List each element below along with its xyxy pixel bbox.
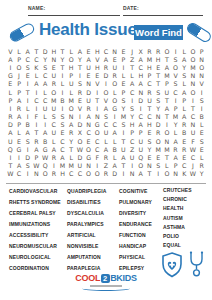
grid-cell: L (6, 88, 15, 96)
grid-cell: M (154, 145, 163, 153)
grid-cell: R (145, 47, 154, 55)
grid-cell: S (197, 96, 206, 104)
grid-cell: T (128, 63, 137, 71)
grid-cell: E (119, 47, 128, 55)
grid-cell: B (197, 113, 206, 121)
grid-cell: H (128, 121, 137, 129)
grid-cell: Z (102, 162, 111, 170)
grid-cell: I (76, 113, 85, 121)
grid-cell: C (171, 88, 180, 96)
grid-cell: A (49, 145, 58, 153)
grid-cell: O (110, 96, 119, 104)
grid-cell: P (136, 129, 145, 137)
word-item: CHRONIC (163, 195, 192, 204)
grid-cell: I (171, 96, 180, 104)
divider-line (6, 183, 206, 184)
grid-cell: H (67, 63, 76, 71)
grid-cell: M (171, 113, 180, 121)
grid-cell: C (102, 121, 111, 129)
grid-cell: I (23, 96, 32, 104)
word-item: IMMUNIZATIONS (9, 219, 61, 230)
grid-cell: U (84, 63, 93, 71)
grid-cell: S (197, 137, 206, 145)
grid-cell: O (67, 104, 76, 112)
grid-cell: K (180, 170, 189, 178)
grid-cell: T (145, 170, 154, 178)
grid-cell: P (15, 80, 24, 88)
grid-cell: U (102, 129, 111, 137)
grid-cell: A (76, 47, 85, 55)
grid-cell: C (136, 63, 145, 71)
grid-cell: R (197, 162, 206, 170)
grid-cell: S (58, 121, 67, 129)
grid-cell: T (119, 137, 128, 145)
grid-cell: A (180, 113, 189, 121)
grid-cell: T (32, 47, 41, 55)
grid-cell: I (93, 162, 102, 170)
grid-cell: E (84, 47, 93, 55)
grid-cell: A (180, 55, 189, 63)
grid-cell: N (189, 80, 198, 88)
grid-cell: P (145, 72, 154, 80)
grid-cell: A (180, 88, 189, 96)
grid-cell: A (6, 55, 15, 63)
grid-cell: S (171, 55, 180, 63)
grid-cell: U (136, 137, 145, 145)
grid-cell: E (180, 153, 189, 161)
grid-cell: N (84, 80, 93, 88)
grid-cell: N (171, 170, 180, 178)
grid-cell: W (76, 145, 85, 153)
grid-cell: J (15, 72, 24, 80)
grid-cell: V (102, 96, 111, 104)
grid-cell: S (119, 96, 128, 104)
grid-cell: E (154, 63, 163, 71)
word-list-column-3: COGNITIVEPULMONARYDIVERSITYENDURANCEFUNC… (119, 186, 152, 274)
grid-cell: R (49, 170, 58, 178)
cool2bkids-logo: COOL 2 BKIDS (0, 273, 212, 283)
grid-cell: A (41, 129, 50, 137)
grid-cell: Q (136, 153, 145, 161)
grid-cell: D (41, 47, 50, 55)
grid-cell: C (41, 72, 50, 80)
grid-cell: C (145, 113, 154, 121)
grid-cell: S (23, 63, 32, 71)
grid-cell: B (41, 137, 50, 145)
grid-cell: I (6, 63, 15, 71)
grid-cell: E (197, 145, 206, 153)
grid-cell: I (32, 104, 41, 112)
grid-cell: N (189, 121, 198, 129)
grid-cell: S (102, 113, 111, 121)
grid-cell: Q (6, 145, 15, 153)
grid-cell: S (171, 80, 180, 88)
grid-cell: T (163, 113, 172, 121)
grid-cell: N (197, 55, 206, 63)
grid-cell: I (23, 113, 32, 121)
grid-cell: A (136, 80, 145, 88)
grid-cell: R (67, 129, 76, 137)
grid-cell: R (171, 145, 180, 153)
grid-cell: F (189, 137, 198, 145)
grid-cell: L (41, 113, 50, 121)
grid-cell: O (41, 170, 50, 178)
logo-text-cool: COOL (75, 273, 100, 283)
grid-cell: M (163, 145, 172, 153)
grid-cell: E (49, 63, 58, 71)
grid-cell: F (32, 113, 41, 121)
grid-cell: T (154, 80, 163, 88)
grid-cell: I (15, 153, 24, 161)
grid-cell: A (41, 80, 50, 88)
grid-cell: E (15, 137, 24, 145)
grid-cell: A (171, 137, 180, 145)
grid-cell: X (136, 47, 145, 55)
grid-cell: I (6, 153, 15, 161)
grid-cell: M (189, 63, 198, 71)
grid-cell: R (102, 170, 111, 178)
word-item: ACCESSIBILITY (9, 230, 61, 241)
grid-cell: H (145, 63, 154, 71)
grid-cell: N (154, 113, 163, 121)
grid-cell: I (119, 129, 128, 137)
grid-cell: T (67, 145, 76, 153)
grid-cell: L (58, 80, 67, 88)
grid-cell: S (154, 96, 163, 104)
grid-cell: S (128, 104, 137, 112)
grid-cell: E (84, 137, 93, 145)
grid-cell: A (15, 96, 24, 104)
grid-cell: A (32, 145, 41, 153)
grid-cell: A (6, 129, 15, 137)
grid-cell: Y (171, 121, 180, 129)
grid-cell: T (6, 162, 15, 170)
grid-cell: T (76, 63, 85, 71)
grid-cell: S (23, 137, 32, 145)
grid-cell: C (67, 170, 76, 178)
grid-cell: I (119, 170, 128, 178)
grid-cell: C (15, 170, 24, 178)
grid-cell: U (49, 129, 58, 137)
grid-cell: I (197, 104, 206, 112)
grid-cell: V (6, 47, 15, 55)
word-item: FUNCTION (119, 230, 152, 241)
grid-cell: C (189, 153, 198, 161)
grid-cell: C (84, 129, 93, 137)
grid-cell: K (32, 63, 41, 71)
grid-cell: P (171, 104, 180, 112)
grid-cell: N (93, 113, 102, 121)
grid-cell: Y (197, 170, 206, 178)
grid-cell: Y (180, 63, 189, 71)
grid-cell: G (6, 72, 15, 80)
grid-cell: U (128, 153, 137, 161)
grid-cell: U (67, 80, 76, 88)
grid-cell: O (67, 55, 76, 63)
grid-cell: C (93, 145, 102, 153)
grid-cell: N (67, 113, 76, 121)
grid-cell: H (58, 170, 67, 178)
grid-cell: Y (76, 55, 85, 63)
grid-cell: S (119, 121, 128, 129)
grid-cell: T (23, 88, 32, 96)
grid-cell: E (6, 80, 15, 88)
grid-cell: P (15, 88, 24, 96)
grid-cell: O (163, 129, 172, 137)
grid-cell: U (110, 63, 119, 71)
word-item: CARDIOVASCULAR (9, 186, 61, 197)
grid-cell: A (136, 121, 145, 129)
grid-cell: S (154, 88, 163, 96)
grid-cell: Y (41, 55, 50, 63)
grid-cell: L (15, 47, 24, 55)
grid-cell: C (128, 137, 137, 145)
word-item: COGNITIVE (119, 186, 152, 197)
grid-cell: T (145, 104, 154, 112)
grid-cell: X (76, 129, 85, 137)
grid-cell: V (93, 55, 102, 63)
logo-swoosh (82, 286, 130, 291)
grid-cell: C (23, 55, 32, 63)
grid-cell: S (58, 113, 67, 121)
grid-cell: C (32, 96, 41, 104)
word-item: EQUAL (163, 241, 192, 250)
grid-cell: T (32, 129, 41, 137)
grid-cell: O (136, 162, 145, 170)
grid-cell: N (189, 72, 198, 80)
grid-cell: O (84, 145, 93, 153)
grid-cell: A (15, 162, 24, 170)
grid-cell: Z (128, 145, 137, 153)
word-item: CRUTCHES (163, 186, 192, 195)
grid-cell: U (163, 88, 172, 96)
grid-cell: L (102, 137, 111, 145)
word-item: NONVISIBLE (67, 241, 107, 252)
grid-cell: U (76, 162, 85, 170)
date-label: DATE: (123, 5, 139, 11)
grid-cell: P (15, 55, 24, 63)
grid-cell: I (49, 162, 58, 170)
grid-cell: V (93, 80, 102, 88)
grid-cell: E (84, 72, 93, 80)
word-search-grid: VLATDHTLAEHCNEJXRROILOPAPCCYNYOYAVAEPZAM… (6, 47, 206, 178)
grid-cell: G (84, 153, 93, 161)
grid-cell: O (171, 63, 180, 71)
grid-cell: N (163, 137, 172, 145)
grid-cell: A (102, 104, 111, 112)
grid-cell: T (119, 162, 128, 170)
grid-cell: N (136, 88, 145, 96)
grid-cell: I (197, 88, 206, 96)
grid-cell: E (58, 129, 67, 137)
grid-cell: B (58, 96, 67, 104)
grid-cell: C (49, 121, 58, 129)
grid-cell: R (102, 153, 111, 161)
grid-cell: D (6, 121, 15, 129)
grid-cell: P (6, 96, 15, 104)
grid-cell: M (49, 96, 58, 104)
grid-cell: I (32, 121, 41, 129)
grid-cell: I (23, 145, 32, 153)
grid-cell: R (32, 137, 41, 145)
grid-cell: A (23, 47, 32, 55)
word-item: AUTISM (163, 214, 192, 223)
grid-cell: H (93, 63, 102, 71)
grid-cell: G (41, 145, 50, 153)
grid-cell: Y (128, 113, 137, 121)
grid-cell: I (119, 63, 128, 71)
grid-cell: U (136, 145, 145, 153)
grid-cell: W (6, 170, 15, 178)
grid-cell: L (110, 137, 119, 145)
grid-cell: I (76, 72, 85, 80)
grid-cell: D (154, 121, 163, 129)
grid-cell: J (128, 47, 137, 55)
word-find-badge: Word Find (134, 25, 183, 40)
grid-cell: L (197, 121, 206, 129)
grid-cell: O (163, 47, 172, 55)
grid-cell: U (145, 96, 154, 104)
grid-cell: B (23, 121, 32, 129)
grid-cell: C (93, 137, 102, 145)
grid-cell: N (49, 55, 58, 63)
grid-cell: V (76, 104, 85, 112)
grid-cell: R (145, 88, 154, 96)
grid-cell: P (15, 121, 24, 129)
grid-cell: M (119, 113, 128, 121)
word-list-column-4: CRUTCHESCHRONICHEALTHAUTISMASTHMAPOLIOEQ… (163, 186, 192, 250)
grid-cell: E (23, 72, 32, 80)
grid-cell: O (197, 63, 206, 71)
grid-cell: A (15, 113, 24, 121)
grid-cell: L (67, 153, 76, 161)
grid-cell: D (102, 72, 111, 80)
grid-cell: I (110, 113, 119, 121)
grid-cell: I (171, 47, 180, 55)
grid-cell: I (6, 104, 15, 112)
grid-cell: R (110, 72, 119, 80)
grid-cell: E (93, 72, 102, 80)
grid-cell: P (163, 80, 172, 88)
grid-cell: M (145, 55, 154, 63)
word-item: AMPUTATION (67, 252, 107, 263)
grid-cell: M (67, 162, 76, 170)
word-item: ENDURANCE (119, 219, 152, 230)
grid-cell: V (197, 80, 206, 88)
grid-cell: N (32, 170, 41, 178)
grid-cell: U (6, 137, 15, 145)
grid-cell: H (136, 72, 145, 80)
grid-cell: I (58, 72, 67, 80)
date-field: DATE: (123, 5, 203, 16)
grid-cell: A (171, 153, 180, 161)
grid-cell: L (180, 47, 189, 55)
grid-cell: D (110, 170, 119, 178)
pill-icon (185, 21, 212, 44)
word-item: QUADRIPLEGIA (67, 186, 107, 197)
grid-cell: S (145, 137, 154, 145)
grid-cell: U (84, 96, 93, 104)
grid-cell: A (84, 55, 93, 63)
grid-cell: I (93, 88, 102, 96)
grid-cell: M (163, 72, 172, 80)
grid-cell: A (110, 129, 119, 137)
grid-cell: R (154, 129, 163, 137)
grid-cell: C (189, 113, 198, 121)
grid-cell: T (154, 72, 163, 80)
grid-cell: D (84, 88, 93, 96)
grid-cell: D (23, 153, 32, 161)
grid-cell: E (180, 137, 189, 145)
grid-cell: R (102, 63, 111, 71)
grid-cell: G (15, 145, 24, 153)
grid-cell: A (163, 63, 172, 71)
grid-cell: A (119, 153, 128, 161)
grid-cell: R (76, 88, 85, 96)
word-item: ASTHMA (163, 223, 192, 232)
logo-text-bkids: BKIDS (110, 273, 137, 283)
name-label: NAME: (28, 5, 45, 11)
grid-cell: I (23, 170, 32, 178)
grid-cell: R (6, 113, 15, 121)
grid-cell: B (110, 145, 119, 153)
word-item: DISABILITIES (67, 197, 107, 208)
name-field: NAME: (28, 5, 120, 16)
grid-cell: C (136, 113, 145, 121)
grid-cell: H (93, 47, 102, 55)
grid-cell: L (128, 72, 137, 80)
word-item: PULMONARY (119, 197, 152, 208)
logo-text-2: 2 (101, 274, 110, 283)
grid-cell: H (145, 121, 154, 129)
grid-cell: F (93, 153, 102, 161)
grid-cell: T (163, 55, 172, 63)
grid-cell: Y (154, 104, 163, 112)
word-list-column-1: CARDIOVASCULARRHETTS SYNDROMECEREBRAL PA… (9, 186, 61, 274)
grid-cell: E (145, 129, 154, 137)
grid-cell: Y (145, 145, 154, 153)
grid-cell: I (136, 104, 145, 112)
grid-cell: L (171, 129, 180, 137)
grid-cell: U (119, 145, 128, 153)
grid-cell: S (49, 113, 58, 121)
grid-cell: I (93, 104, 102, 112)
grid-cell: U (189, 129, 198, 137)
grid-cell: L (41, 88, 50, 96)
grid-cell: C (76, 170, 85, 178)
grid-cell: T (163, 153, 172, 161)
grid-cell: D (136, 96, 145, 104)
grid-cell: I (58, 88, 67, 96)
word-item: NEUROLOGICAL (9, 252, 61, 263)
word-item: HANDICAP (119, 241, 152, 252)
grid-cell: A (58, 153, 67, 161)
grid-cell: I (58, 104, 67, 112)
grid-cell: S (154, 162, 163, 170)
grid-cell: C (32, 55, 41, 63)
worksheet-page: NAME: DATE: Health Issues Word Find VLAT… (0, 0, 212, 300)
grid-cell: Z (128, 55, 137, 63)
grid-cell: L (23, 104, 32, 112)
grid-cell: S (76, 80, 85, 88)
grid-cell: O (189, 47, 198, 55)
grid-cell: P (197, 47, 206, 55)
grid-cell: D (76, 153, 85, 161)
grid-cell: L (67, 88, 76, 96)
grid-cell: L (110, 153, 119, 161)
grid-cell: L (49, 137, 58, 145)
grid-cell: L (197, 153, 206, 161)
